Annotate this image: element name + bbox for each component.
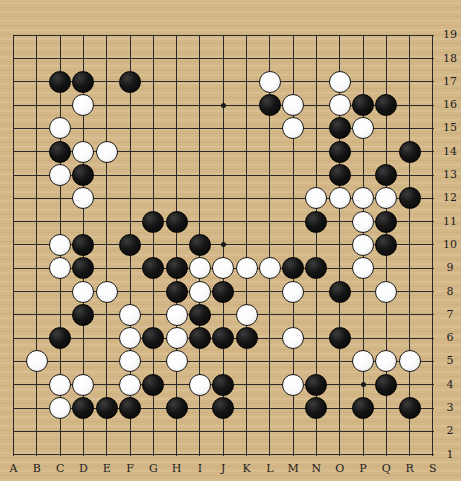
black-stone [212, 397, 234, 419]
column-label: H [168, 462, 186, 475]
black-stone [142, 257, 164, 279]
white-stone [352, 257, 374, 279]
grid-line-horizontal [14, 58, 434, 59]
white-stone [166, 304, 188, 326]
white-stone [282, 94, 304, 116]
black-stone [72, 71, 94, 93]
black-stone [375, 374, 397, 396]
white-stone [49, 397, 71, 419]
black-stone [49, 71, 71, 93]
row-label: 5 [440, 354, 460, 367]
white-stone [26, 350, 48, 372]
black-stone [305, 374, 327, 396]
black-stone [352, 94, 374, 116]
white-stone [119, 327, 141, 349]
black-stone [236, 327, 258, 349]
black-stone [49, 327, 71, 349]
column-label: M [284, 462, 302, 475]
row-label: 6 [440, 331, 460, 344]
black-stone [329, 281, 351, 303]
black-stone [375, 94, 397, 116]
row-label: 19 [440, 28, 460, 41]
white-stone [49, 257, 71, 279]
black-stone [96, 397, 118, 419]
column-label: O [331, 462, 349, 475]
black-stone [399, 397, 421, 419]
white-stone [72, 141, 94, 163]
white-stone [259, 71, 281, 93]
white-stone [119, 350, 141, 372]
black-stone [189, 234, 211, 256]
white-stone [282, 281, 304, 303]
white-stone [189, 257, 211, 279]
black-stone [305, 257, 327, 279]
grid-line-horizontal [14, 454, 434, 455]
white-stone [352, 211, 374, 233]
star-point [361, 382, 366, 387]
column-label: L [261, 462, 279, 475]
black-stone [375, 164, 397, 186]
white-stone [329, 71, 351, 93]
black-stone [142, 374, 164, 396]
star-point [221, 103, 226, 108]
row-label: 3 [440, 401, 460, 414]
white-stone [72, 94, 94, 116]
white-stone [189, 374, 211, 396]
white-stone [305, 187, 327, 209]
white-stone [352, 234, 374, 256]
grid-line-vertical [246, 35, 247, 455]
grid-line-horizontal [14, 431, 434, 432]
white-stone [166, 327, 188, 349]
white-stone [375, 281, 397, 303]
black-stone [259, 94, 281, 116]
column-label: C [51, 462, 69, 475]
row-label: 2 [440, 424, 460, 437]
black-stone [142, 327, 164, 349]
black-stone [329, 117, 351, 139]
black-stone [72, 164, 94, 186]
white-stone [72, 374, 94, 396]
white-stone [236, 304, 258, 326]
black-stone [142, 211, 164, 233]
black-stone [119, 71, 141, 93]
white-stone [375, 350, 397, 372]
white-stone [189, 281, 211, 303]
black-stone [72, 234, 94, 256]
black-stone [305, 397, 327, 419]
row-label: 7 [440, 308, 460, 321]
white-stone [352, 350, 374, 372]
white-stone [49, 374, 71, 396]
black-stone [72, 257, 94, 279]
row-label: 9 [440, 261, 460, 274]
black-stone [49, 141, 71, 163]
grid-line-vertical [432, 35, 433, 455]
black-stone [282, 257, 304, 279]
go-board[interactable]: ABCDEFGHIJKLMNOPQRS191817161514131211109… [0, 0, 461, 481]
black-stone [375, 234, 397, 256]
row-label: 4 [440, 378, 460, 391]
row-label: 10 [440, 238, 460, 251]
white-stone [49, 117, 71, 139]
white-stone [119, 304, 141, 326]
white-stone [49, 164, 71, 186]
black-stone [399, 141, 421, 163]
column-label: S [424, 462, 442, 475]
black-stone [329, 327, 351, 349]
black-stone [212, 374, 234, 396]
black-stone [212, 281, 234, 303]
black-stone [119, 397, 141, 419]
white-stone [72, 187, 94, 209]
white-stone [96, 141, 118, 163]
white-stone [119, 374, 141, 396]
black-stone [352, 397, 374, 419]
column-label: D [74, 462, 92, 475]
grid-line-vertical [409, 35, 410, 455]
row-label: 12 [440, 191, 460, 204]
white-stone [236, 257, 258, 279]
white-stone [212, 257, 234, 279]
white-stone [352, 187, 374, 209]
black-stone [72, 304, 94, 326]
white-stone [329, 94, 351, 116]
white-stone [72, 281, 94, 303]
white-stone [329, 187, 351, 209]
black-stone [329, 141, 351, 163]
white-stone [166, 350, 188, 372]
white-stone [282, 374, 304, 396]
row-label: 16 [440, 98, 460, 111]
row-label: 11 [440, 215, 460, 228]
row-label: 8 [440, 285, 460, 298]
column-label: J [214, 462, 232, 475]
row-label: 1 [440, 448, 460, 461]
black-stone [166, 397, 188, 419]
column-label: P [354, 462, 372, 475]
star-point [221, 242, 226, 247]
black-stone [166, 211, 188, 233]
white-stone [375, 187, 397, 209]
black-stone [119, 234, 141, 256]
black-stone [166, 257, 188, 279]
column-label: Q [377, 462, 395, 475]
grid-line-horizontal [14, 35, 434, 36]
black-stone [375, 211, 397, 233]
black-stone [305, 211, 327, 233]
column-label: E [98, 462, 116, 475]
white-stone [49, 234, 71, 256]
black-stone [189, 327, 211, 349]
black-stone [329, 164, 351, 186]
black-stone [72, 397, 94, 419]
white-stone [259, 257, 281, 279]
column-label: A [5, 462, 23, 475]
column-label: K [238, 462, 256, 475]
white-stone [282, 327, 304, 349]
white-stone [399, 350, 421, 372]
black-stone [212, 327, 234, 349]
row-label: 18 [440, 52, 460, 65]
row-label: 13 [440, 168, 460, 181]
column-label: G [144, 462, 162, 475]
column-label: N [307, 462, 325, 475]
column-label: B [28, 462, 46, 475]
black-stone [166, 281, 188, 303]
column-label: I [191, 462, 209, 475]
row-label: 15 [440, 121, 460, 134]
white-stone [282, 117, 304, 139]
column-label: R [401, 462, 419, 475]
row-label: 17 [440, 75, 460, 88]
white-stone [352, 117, 374, 139]
row-label: 14 [440, 145, 460, 158]
column-label: F [121, 462, 139, 475]
black-stone [399, 187, 421, 209]
black-stone [189, 304, 211, 326]
white-stone [96, 281, 118, 303]
